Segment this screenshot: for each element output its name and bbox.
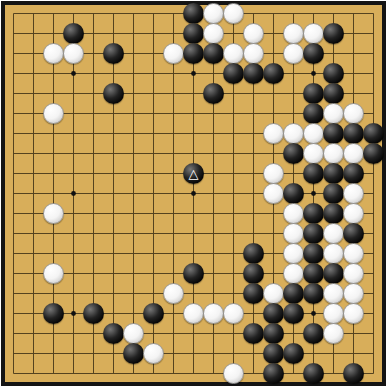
- white-stone: [43, 263, 64, 284]
- star-point: [191, 71, 196, 76]
- black-stone-marked: △: [183, 163, 204, 184]
- white-stone: [283, 223, 304, 244]
- white-stone: [263, 123, 284, 144]
- star-point: [311, 311, 316, 316]
- white-stone: [323, 243, 344, 264]
- white-stone: [343, 203, 364, 224]
- white-stone: [343, 103, 364, 124]
- star-point: [191, 191, 196, 196]
- white-stone: [303, 143, 324, 164]
- black-stone: [323, 23, 344, 44]
- black-stone: [263, 63, 284, 84]
- white-stone: [343, 143, 364, 164]
- star-point: [311, 191, 316, 196]
- black-stone: [323, 83, 344, 104]
- white-stone: [43, 103, 64, 124]
- white-stone: [323, 323, 344, 344]
- black-stone: [303, 323, 324, 344]
- black-stone: [363, 143, 384, 164]
- black-stone: [203, 83, 224, 104]
- black-stone: [283, 183, 304, 204]
- black-stone: [143, 303, 164, 324]
- black-stone: [343, 163, 364, 184]
- black-stone: [303, 103, 324, 124]
- white-stone: [263, 283, 284, 304]
- black-stone: [283, 343, 304, 364]
- black-stone: [243, 283, 264, 304]
- white-stone: [283, 43, 304, 64]
- black-stone: [183, 23, 204, 44]
- black-stone: [183, 3, 204, 24]
- white-stone: [343, 303, 364, 324]
- star-point: [71, 71, 76, 76]
- black-stone: [303, 163, 324, 184]
- black-stone: [343, 223, 364, 244]
- black-stone: [183, 263, 204, 284]
- black-stone: [223, 63, 244, 84]
- white-stone: [123, 323, 144, 344]
- black-stone: [63, 23, 84, 44]
- black-stone: [363, 123, 384, 144]
- black-stone: [303, 83, 324, 104]
- white-stone: [323, 143, 344, 164]
- white-stone: [323, 283, 344, 304]
- black-stone: [103, 323, 124, 344]
- white-stone: [243, 23, 264, 44]
- white-stone: [343, 243, 364, 264]
- black-stone: [303, 223, 324, 244]
- white-stone: [223, 43, 244, 64]
- black-stone: [83, 303, 104, 324]
- white-stone: [263, 183, 284, 204]
- black-stone: [263, 303, 284, 324]
- star-point: [71, 311, 76, 316]
- go-board[interactable]: △: [5, 5, 382, 382]
- star-point: [71, 191, 76, 196]
- star-point: [311, 71, 316, 76]
- white-stone: [43, 43, 64, 64]
- white-stone: [343, 263, 364, 284]
- black-stone: [243, 243, 264, 264]
- black-stone: [303, 43, 324, 64]
- white-stone: [303, 123, 324, 144]
- black-stone: [343, 363, 364, 384]
- black-stone: [203, 43, 224, 64]
- white-stone: [43, 203, 64, 224]
- white-stone: [343, 283, 364, 304]
- white-stone: [163, 283, 184, 304]
- white-stone: [183, 303, 204, 324]
- go-app-screenshot: { "game": { "name": "go", "board_size": …: [0, 0, 387, 387]
- black-stone: [263, 323, 284, 344]
- black-stone: [323, 183, 344, 204]
- black-stone: [103, 83, 124, 104]
- black-stone: [283, 303, 304, 324]
- black-stone: [303, 203, 324, 224]
- white-stone: [203, 23, 224, 44]
- black-stone: [323, 123, 344, 144]
- black-stone: [323, 163, 344, 184]
- white-stone: [283, 263, 304, 284]
- white-stone: [343, 183, 364, 204]
- white-stone: [63, 43, 84, 64]
- white-stone: [243, 43, 264, 64]
- black-stone: [343, 123, 364, 144]
- white-stone: [283, 243, 304, 264]
- black-stone: [303, 263, 324, 284]
- black-stone: [323, 203, 344, 224]
- black-stone: [283, 143, 304, 164]
- black-stone: [303, 243, 324, 264]
- black-stone: [43, 303, 64, 324]
- white-stone: [223, 363, 244, 384]
- white-stone: [263, 163, 284, 184]
- white-stone: [283, 23, 304, 44]
- white-stone: [323, 223, 344, 244]
- black-stone: [323, 63, 344, 84]
- black-stone: [263, 343, 284, 364]
- white-stone: [203, 303, 224, 324]
- white-stone: [323, 303, 344, 324]
- black-stone: [243, 323, 264, 344]
- black-stone: [243, 263, 264, 284]
- black-stone: [283, 283, 304, 304]
- black-stone: [123, 343, 144, 364]
- white-stone: [143, 343, 164, 364]
- black-stone: [103, 43, 124, 64]
- board-frame: △: [1, 1, 386, 386]
- black-stone: [303, 283, 324, 304]
- black-stone: [323, 263, 344, 284]
- black-stone: [183, 43, 204, 64]
- white-stone: [163, 43, 184, 64]
- white-stone: [223, 303, 244, 324]
- black-stone: [243, 63, 264, 84]
- white-stone: [283, 123, 304, 144]
- black-stone: [263, 363, 284, 384]
- white-stone: [303, 23, 324, 44]
- white-stone: [203, 3, 224, 24]
- white-stone: [283, 203, 304, 224]
- white-stone: [223, 3, 244, 24]
- white-stone: [323, 103, 344, 124]
- triangle-marker: △: [183, 163, 204, 184]
- black-stone: [303, 363, 324, 384]
